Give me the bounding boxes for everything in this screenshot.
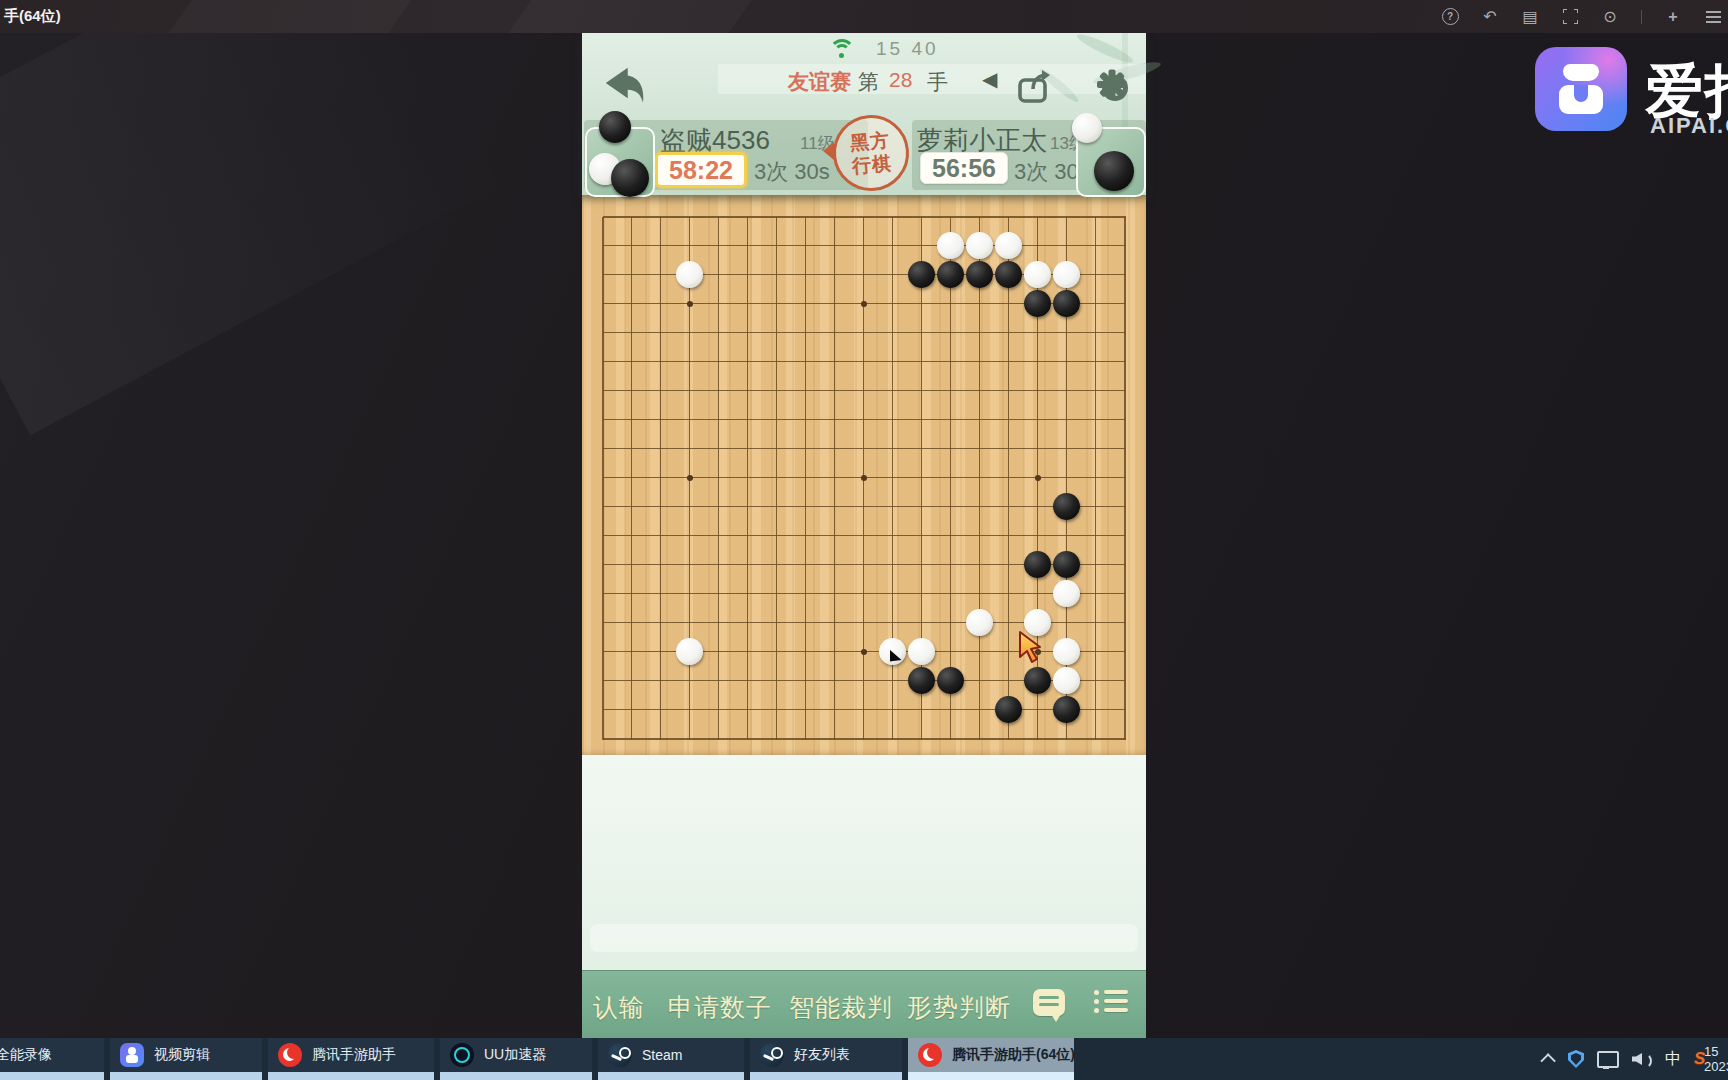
star-point (1035, 475, 1041, 481)
grid-line (603, 361, 1126, 362)
video-edit-icon (120, 1043, 144, 1067)
black-stone-Q3 (1024, 667, 1051, 694)
white-stone-M4 (908, 638, 935, 665)
settings-gear-icon[interactable] (1094, 67, 1134, 107)
black-stone-P2 (995, 696, 1022, 723)
window-titlebar: 手(64位) ? ↶ ▤ ⊙ + (0, 0, 1728, 33)
move-counter-suffix: 手 (927, 68, 948, 96)
ai-referee-button[interactable]: 智能裁判 (789, 991, 893, 1024)
aipai-logo-body (1559, 85, 1603, 114)
request-count-button[interactable]: 申请数子 (668, 991, 772, 1024)
grid-line (603, 216, 1126, 218)
grid-line (603, 448, 1126, 449)
taskbar-item-tencent-assistant-64[interactable]: 腾讯手游助手(64位) (908, 1038, 1074, 1072)
steam-friends-icon (760, 1043, 784, 1067)
star-point (861, 649, 867, 655)
grid-line (603, 535, 1126, 536)
screen: 手(64位) ? ↶ ▤ ⊙ + 爱拍 AIPAI.C (0, 0, 1728, 1080)
black-stone-M17 (908, 261, 935, 288)
move-counter-prefix: 第 (858, 68, 879, 96)
black-stone-Q7 (1024, 551, 1051, 578)
grid-line (979, 217, 980, 740)
black-stone-M3 (908, 667, 935, 694)
grid-line (834, 217, 835, 740)
position-judge-button[interactable]: 形势判断 (907, 991, 1011, 1024)
taskbar: 全能录像 视频剪辑 腾讯手游助手 UU加速器 Steam 好友列表 腾讯手游助手… (0, 1038, 1728, 1080)
white-stone-R4 (1053, 638, 1080, 665)
turn-stamp-line2: 行棋 (851, 151, 893, 177)
aipai-brand-url: AIPAI.C (1650, 113, 1728, 139)
avatar-black-stone (1094, 151, 1134, 191)
star-point (687, 475, 693, 481)
aipai-logo (1535, 47, 1627, 131)
grid-line (776, 217, 777, 740)
white-player-avatar[interactable] (1076, 127, 1146, 197)
status-clock: 15 40 (876, 38, 939, 60)
black-stone-O17 (966, 261, 993, 288)
grid-line (603, 709, 1126, 710)
black-stone-Q16 (1024, 290, 1051, 317)
white-stone-R3 (1053, 667, 1080, 694)
tray-volume-icon[interactable] (1632, 1051, 1652, 1067)
fullscreen-icon[interactable] (1561, 8, 1579, 26)
titlebar-streak (508, 0, 751, 33)
taskbar-item-friends-list[interactable]: 好友列表 (750, 1038, 902, 1072)
app-header: 15 40 友谊赛 第 28 手 ◀ (582, 33, 1146, 195)
star-point (861, 475, 867, 481)
help-icon[interactable]: ? (1441, 8, 1459, 26)
back-button[interactable] (598, 63, 646, 105)
match-type-label: 友谊赛 (788, 68, 851, 96)
white-stone-N18 (937, 232, 964, 259)
previous-move-button[interactable]: ◀ (982, 67, 997, 91)
grid-line (603, 245, 1126, 246)
record-wheel-icon[interactable]: ⊙ (1601, 8, 1619, 26)
black-player-timer: 58:22 (655, 152, 747, 188)
white-player-timer: 56:56 (920, 152, 1008, 184)
grid-line (747, 217, 748, 740)
tray-shield-icon[interactable] (1568, 1050, 1584, 1068)
go-board[interactable] (582, 195, 1146, 755)
grid-line (718, 217, 719, 740)
black-stone-P17 (995, 261, 1022, 288)
grid-line (1095, 217, 1096, 740)
black-stone-R7 (1053, 551, 1080, 578)
move-list-icon[interactable] (1094, 990, 1128, 1016)
desktop-streak (0, 0, 525, 435)
grid-line (602, 217, 604, 740)
taskbar-item-recorder[interactable]: 全能录像 (0, 1038, 104, 1072)
pin-icon[interactable]: + (1664, 8, 1682, 26)
taskbar-item-tencent-assistant[interactable]: 腾讯手游助手 (268, 1038, 434, 1072)
tencent-gamepad-icon (278, 1043, 302, 1067)
tencent-gamepad-icon (918, 1043, 942, 1067)
white-stone-P18 (995, 232, 1022, 259)
taskbar-item-uu-booster[interactable]: UU加速器 (440, 1038, 592, 1072)
taskbar-item-video-edit[interactable]: 视频剪辑 (110, 1038, 262, 1072)
grid-line (660, 217, 661, 740)
grid-line (603, 738, 1126, 740)
system-tray: 中 S (1544, 1038, 1705, 1080)
grid-line (603, 593, 1126, 594)
faint-band (590, 924, 1138, 952)
white-stone-D17 (676, 261, 703, 288)
avatar-black-stone (599, 111, 631, 143)
grid-line (603, 506, 1126, 507)
toolbar-divider (1641, 10, 1642, 24)
mouse-cursor (1016, 630, 1046, 664)
white-stone-O18 (966, 232, 993, 259)
black-stone-R9 (1053, 493, 1080, 520)
apps-grid-icon[interactable]: ▤ (1521, 8, 1539, 26)
grid-line (950, 217, 951, 740)
grid-line (603, 332, 1126, 333)
black-player-avatar[interactable] (585, 127, 655, 197)
grid-line (603, 390, 1126, 391)
white-stone-D4 (676, 638, 703, 665)
share-button[interactable] (1016, 68, 1054, 106)
bottom-menu-bar: 认输 申请数子 智能裁判 形势判断 (582, 970, 1146, 1039)
move-counter-number: 28 (889, 68, 912, 92)
undo-icon[interactable]: ↶ (1481, 8, 1499, 26)
avatar-black-stone (611, 159, 649, 197)
black-stone-R2 (1053, 696, 1080, 723)
app-body-area (582, 755, 1146, 971)
black-stone-N3 (937, 667, 964, 694)
black-stone-R16 (1053, 290, 1080, 317)
steam-icon (608, 1043, 632, 1067)
grid-line (631, 217, 632, 740)
grid-line (1008, 217, 1009, 740)
taskbar-item-steam[interactable]: Steam (598, 1038, 744, 1072)
white-stone-R17 (1053, 261, 1080, 288)
black-player-byoyomi: 3次 30s (754, 157, 830, 187)
avatar-white-stone (1072, 113, 1102, 143)
aipai-logo-head (1563, 64, 1599, 81)
tray-expand-chevron-icon[interactable] (1540, 1053, 1556, 1069)
grid-line (603, 419, 1126, 420)
tray-input-method[interactable]: 中 (1665, 1049, 1681, 1070)
go-app-window: 15 40 友谊赛 第 28 手 ◀ (582, 33, 1146, 1038)
tray-clock[interactable]: 15 2023 (1704, 1044, 1728, 1074)
black-stone-N17 (937, 261, 964, 288)
grid-line (805, 217, 806, 740)
white-stone-R6 (1053, 580, 1080, 607)
white-stone-O5 (966, 609, 993, 636)
uu-booster-icon (450, 1043, 474, 1067)
white-stone-Q17 (1024, 261, 1051, 288)
titlebar-streak (168, 0, 411, 33)
chat-icon[interactable] (1033, 989, 1065, 1016)
star-point (861, 301, 867, 307)
star-point (687, 301, 693, 307)
window-title: 手(64位) (4, 7, 61, 26)
menu-icon[interactable] (1704, 8, 1722, 26)
wifi-icon (828, 39, 856, 61)
tray-network-icon[interactable] (1597, 1051, 1619, 1068)
resign-button[interactable]: 认输 (593, 991, 645, 1024)
grid-line (1124, 217, 1126, 740)
